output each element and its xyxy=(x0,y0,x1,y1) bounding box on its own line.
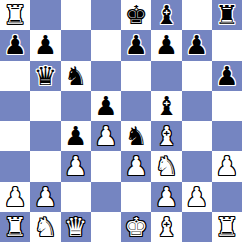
square-f6[interactable] xyxy=(151,61,181,91)
square-c8[interactable] xyxy=(61,0,91,30)
black-pawn[interactable]: ♟ xyxy=(155,32,178,58)
square-d4[interactable]: ♟ xyxy=(91,121,121,151)
white-pawn[interactable]: ♟ xyxy=(215,153,238,179)
square-d6[interactable] xyxy=(91,61,121,91)
black-pawn[interactable]: ♟ xyxy=(124,32,147,58)
square-g3[interactable] xyxy=(182,151,212,181)
square-f7[interactable]: ♟ xyxy=(151,30,181,60)
square-c6[interactable]: ♞ xyxy=(61,61,91,91)
black-pawn[interactable]: ♟ xyxy=(64,123,87,149)
square-b1[interactable]: ♞ xyxy=(30,212,60,242)
black-pawn[interactable]: ♟ xyxy=(215,63,238,89)
black-pawn[interactable]: ♟ xyxy=(185,32,208,58)
square-h8[interactable]: ♜ xyxy=(212,0,242,30)
black-pawn[interactable]: ♟ xyxy=(3,32,26,58)
square-c3[interactable]: ♟ xyxy=(61,151,91,181)
square-f2[interactable]: ♟ xyxy=(151,182,181,212)
white-pawn[interactable]: ♟ xyxy=(3,184,26,210)
black-bishop[interactable]: ♝ xyxy=(155,93,178,119)
square-h4[interactable] xyxy=(212,121,242,151)
square-g1[interactable] xyxy=(182,212,212,242)
white-king[interactable]: ♚ xyxy=(124,214,147,240)
square-h7[interactable] xyxy=(212,30,242,60)
white-rook[interactable]: ♜ xyxy=(215,214,238,240)
black-knight[interactable]: ♞ xyxy=(124,123,147,149)
square-g4[interactable] xyxy=(182,121,212,151)
square-c4[interactable]: ♟ xyxy=(61,121,91,151)
white-pawn[interactable]: ♟ xyxy=(185,184,208,210)
black-rook[interactable]: ♜ xyxy=(215,2,238,28)
square-d8[interactable] xyxy=(91,0,121,30)
square-e1[interactable]: ♚ xyxy=(121,212,151,242)
square-b2[interactable]: ♟ xyxy=(30,182,60,212)
square-d7[interactable] xyxy=(91,30,121,60)
square-e6[interactable] xyxy=(121,61,151,91)
square-e4[interactable]: ♞ xyxy=(121,121,151,151)
square-a7[interactable]: ♟ xyxy=(0,30,30,60)
square-g6[interactable] xyxy=(182,61,212,91)
square-f8[interactable]: ♝ xyxy=(151,0,181,30)
square-f3[interactable]: ♞ xyxy=(151,151,181,181)
square-a5[interactable] xyxy=(0,91,30,121)
square-a3[interactable] xyxy=(0,151,30,181)
square-b4[interactable] xyxy=(30,121,60,151)
square-c7[interactable] xyxy=(61,30,91,60)
white-rook[interactable]: ♜ xyxy=(3,2,26,28)
square-g5[interactable] xyxy=(182,91,212,121)
square-c2[interactable] xyxy=(61,182,91,212)
white-pawn[interactable]: ♟ xyxy=(34,184,57,210)
square-e5[interactable] xyxy=(121,91,151,121)
square-a6[interactable] xyxy=(0,61,30,91)
square-f5[interactable]: ♝ xyxy=(151,91,181,121)
square-a1[interactable]: ♜ xyxy=(0,212,30,242)
square-h1[interactable]: ♜ xyxy=(212,212,242,242)
square-h5[interactable] xyxy=(212,91,242,121)
white-pawn[interactable]: ♟ xyxy=(64,153,87,179)
square-e2[interactable] xyxy=(121,182,151,212)
square-a8[interactable]: ♜ xyxy=(0,0,30,30)
black-knight[interactable]: ♞ xyxy=(64,63,87,89)
square-e7[interactable]: ♟ xyxy=(121,30,151,60)
chess-board: ♜♚♝♜♟♟♟♟♟♛♞♟♟♝♟♟♞♝♟♟♞♟♟♟♟♟♜♞♛♚♝♜ xyxy=(0,0,242,242)
square-d3[interactable] xyxy=(91,151,121,181)
black-pawn[interactable]: ♟ xyxy=(94,93,117,119)
square-b3[interactable] xyxy=(30,151,60,181)
white-bishop[interactable]: ♝ xyxy=(155,123,178,149)
black-queen[interactable]: ♛ xyxy=(34,63,57,89)
square-d1[interactable] xyxy=(91,212,121,242)
square-e8[interactable]: ♚ xyxy=(121,0,151,30)
white-pawn[interactable]: ♟ xyxy=(155,184,178,210)
white-rook[interactable]: ♜ xyxy=(3,214,26,240)
square-f1[interactable]: ♝ xyxy=(151,212,181,242)
square-h6[interactable]: ♟ xyxy=(212,61,242,91)
square-h3[interactable]: ♟ xyxy=(212,151,242,181)
square-g2[interactable]: ♟ xyxy=(182,182,212,212)
square-b5[interactable] xyxy=(30,91,60,121)
square-a2[interactable]: ♟ xyxy=(0,182,30,212)
white-knight[interactable]: ♞ xyxy=(34,214,57,240)
white-pawn[interactable]: ♟ xyxy=(124,153,147,179)
square-a4[interactable] xyxy=(0,121,30,151)
square-b8[interactable] xyxy=(30,0,60,30)
square-c1[interactable]: ♛ xyxy=(61,212,91,242)
square-d5[interactable]: ♟ xyxy=(91,91,121,121)
square-e3[interactable]: ♟ xyxy=(121,151,151,181)
black-pawn[interactable]: ♟ xyxy=(34,32,57,58)
white-queen[interactable]: ♛ xyxy=(64,214,87,240)
square-c5[interactable] xyxy=(61,91,91,121)
white-pawn[interactable]: ♟ xyxy=(94,123,117,149)
square-h2[interactable] xyxy=(212,182,242,212)
square-b6[interactable]: ♛ xyxy=(30,61,60,91)
black-king[interactable]: ♚ xyxy=(124,2,147,28)
square-f4[interactable]: ♝ xyxy=(151,121,181,151)
square-d2[interactable] xyxy=(91,182,121,212)
black-bishop[interactable]: ♝ xyxy=(155,2,178,28)
square-g7[interactable]: ♟ xyxy=(182,30,212,60)
square-b7[interactable]: ♟ xyxy=(30,30,60,60)
white-bishop[interactable]: ♝ xyxy=(155,214,178,240)
square-g8[interactable] xyxy=(182,0,212,30)
white-knight[interactable]: ♞ xyxy=(155,153,178,179)
